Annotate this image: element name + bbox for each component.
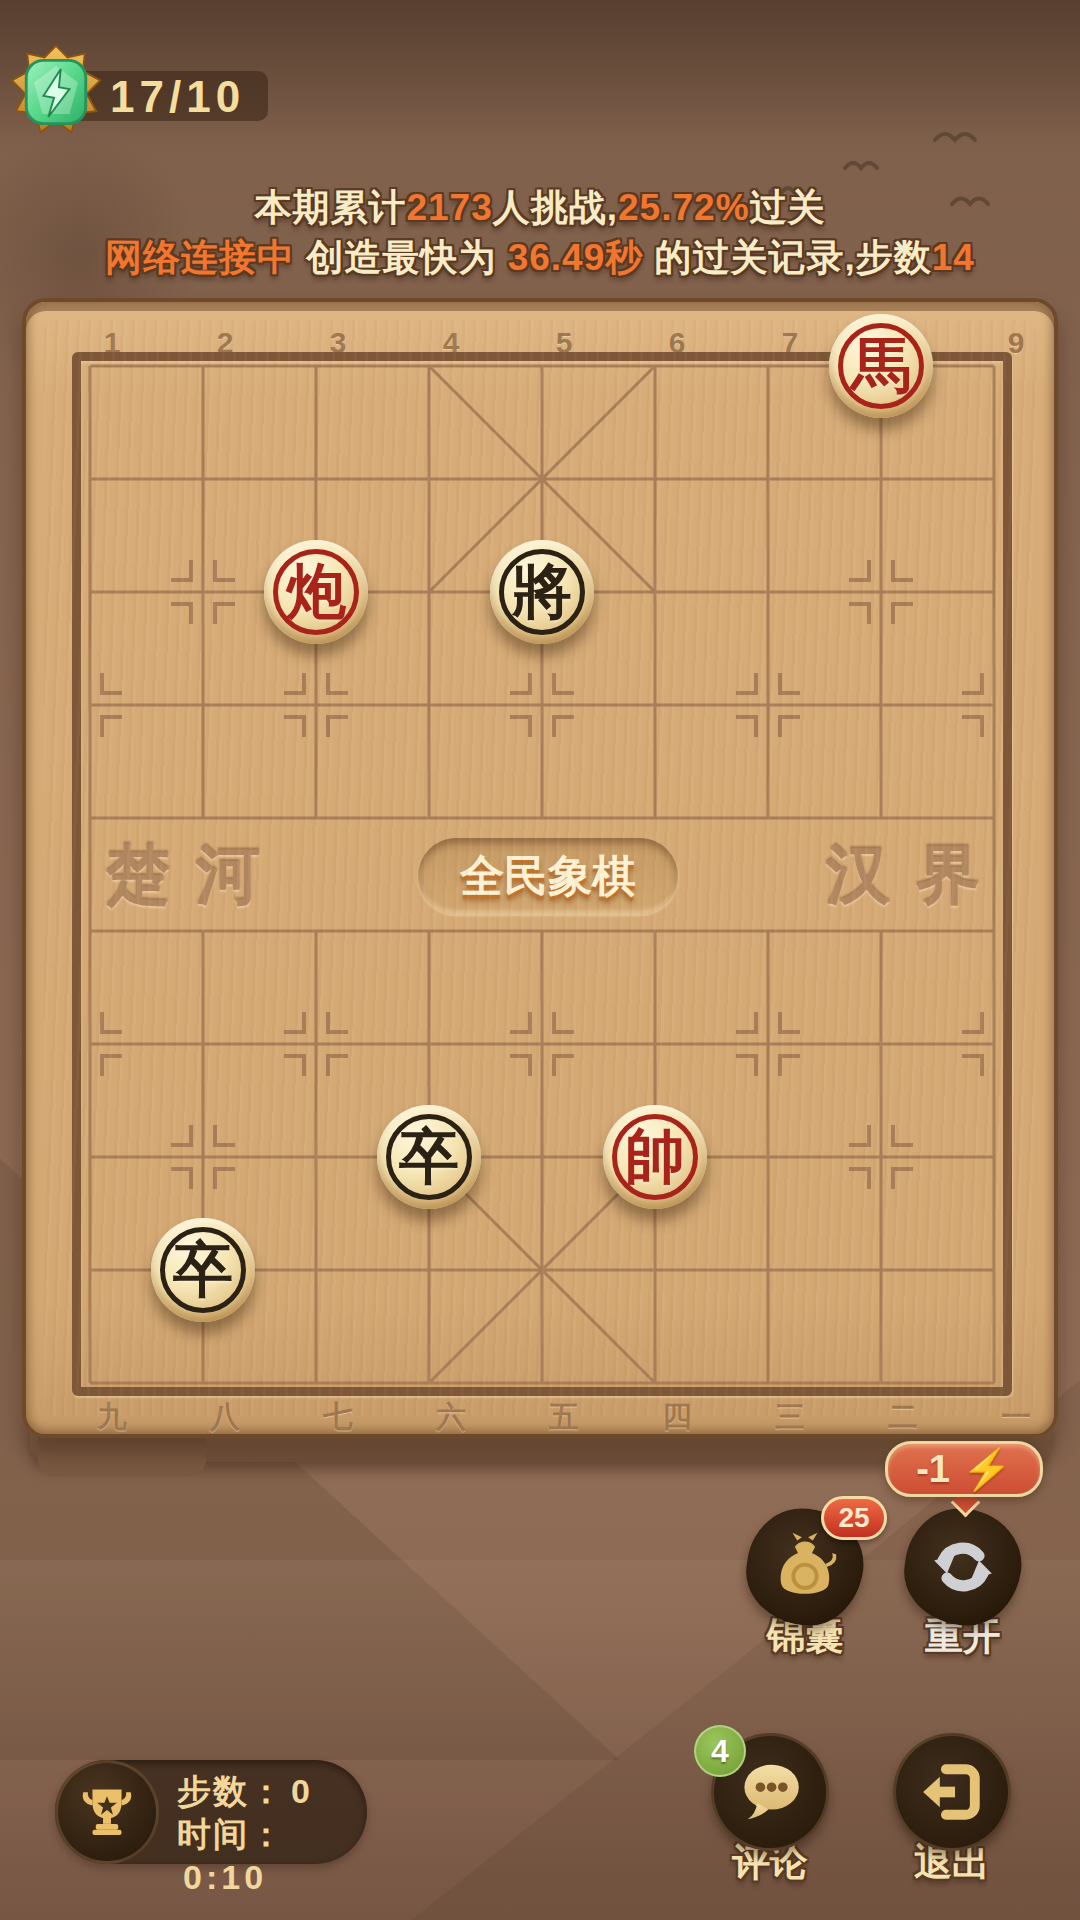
money-bag-icon bbox=[766, 1528, 844, 1606]
file-label-bottom: 九 bbox=[90, 1400, 134, 1434]
moves-value: 0 bbox=[291, 1772, 314, 1810]
file-label-bottom: 二 bbox=[881, 1400, 925, 1434]
file-label-bottom: 八 bbox=[203, 1400, 247, 1434]
piece-red-horse[interactable]: 馬 bbox=[829, 314, 933, 418]
time-row: 时间：0:10 bbox=[177, 1813, 367, 1899]
river: 楚河 全民象棋 汉界 bbox=[90, 818, 994, 931]
piece-black-soldier[interactable]: 卒 bbox=[377, 1105, 481, 1209]
piece-black-soldier[interactable]: 卒 bbox=[151, 1218, 255, 1322]
piece-red-cannon[interactable]: 炮 bbox=[264, 540, 368, 644]
moves-row: 步数：0 bbox=[177, 1770, 367, 1813]
restart-cost-badge: -1 ⚡ bbox=[885, 1441, 1043, 1497]
trophy-icon bbox=[74, 1779, 140, 1845]
cost-value: -1 bbox=[916, 1448, 950, 1491]
file-label-bottom: 六 bbox=[429, 1400, 473, 1434]
river-label-right: 汉界 bbox=[826, 831, 1006, 918]
lightning-icon: ⚡ bbox=[962, 1446, 1012, 1493]
status-panel: 步数：0 时间：0:10 bbox=[55, 1760, 367, 1864]
game-screen: 17/10 本期累计2173人挑战,25.72%过关 网络连接中 创造最快为 3… bbox=[0, 0, 1080, 1920]
energy-gem-icon bbox=[8, 44, 104, 140]
challenge-stats: 本期累计2173人挑战,25.72%过关 网络连接中 创造最快为 36.49秒 … bbox=[0, 183, 1080, 283]
status-rows: 步数：0 时间：0:10 bbox=[177, 1770, 367, 1899]
exit-icon bbox=[914, 1754, 990, 1830]
app-logo-text: 全民象棋 bbox=[460, 847, 636, 906]
trophy-circle bbox=[55, 1760, 159, 1864]
time-value: 0:10 bbox=[183, 1858, 267, 1896]
exit-button-circle bbox=[893, 1733, 1011, 1851]
xiangqi-board[interactable]: 1 2 3 4 5 6 7 8 9 楚河 全民象棋 汉界 馬 炮 bbox=[22, 298, 1058, 1438]
energy-counter-value: 17/10 bbox=[110, 72, 245, 122]
file-label-bottom: 三 bbox=[768, 1400, 812, 1434]
hint-count-badge: 25 bbox=[821, 1496, 887, 1540]
board-grid[interactable]: 楚河 全民象棋 汉界 馬 炮 將 卒 帥 卒 bbox=[90, 366, 994, 1383]
app-logo: 全民象棋 bbox=[418, 838, 678, 914]
piece-black-general[interactable]: 將 bbox=[490, 540, 594, 644]
file-label-bottom: 七 bbox=[316, 1400, 360, 1434]
comment-count-badge: 4 bbox=[694, 1725, 746, 1777]
refresh-icon bbox=[923, 1527, 1003, 1607]
file-label-bottom: 一 bbox=[994, 1400, 1038, 1434]
exit-button[interactable]: 退出 bbox=[892, 1733, 1012, 1888]
stats-line-1: 本期累计2173人挑战,25.72%过关 bbox=[0, 183, 1080, 233]
piece-red-general[interactable]: 帥 bbox=[603, 1105, 707, 1209]
stats-line-2: 网络连接中 创造最快为 36.49秒 的过关记录,步数14 bbox=[0, 233, 1080, 283]
restart-button[interactable]: 重开 bbox=[903, 1509, 1023, 1662]
file-label-bottom: 四 bbox=[655, 1400, 699, 1434]
file-label-bottom: 五 bbox=[542, 1400, 586, 1434]
river-label-left: 楚河 bbox=[106, 831, 286, 918]
